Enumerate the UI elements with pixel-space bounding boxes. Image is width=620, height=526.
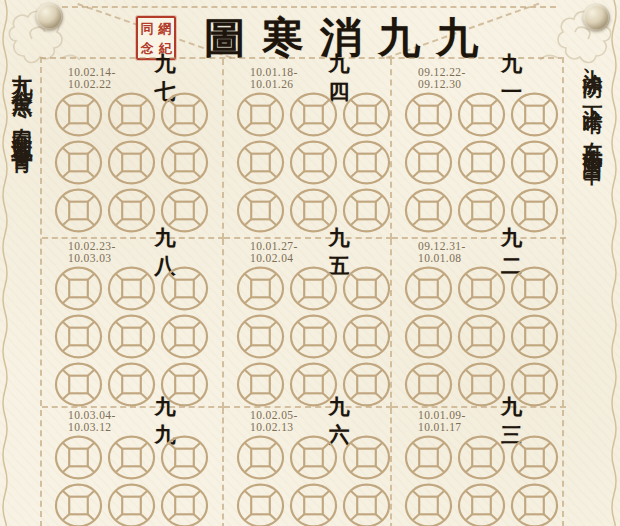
panel-period-6: 10.02.05-10.02.13 九六 bbox=[224, 408, 392, 526]
coin-day[interactable] bbox=[288, 139, 339, 186]
coin-day[interactable] bbox=[53, 361, 104, 408]
grommet-left-icon bbox=[36, 3, 63, 30]
coin-day[interactable] bbox=[509, 313, 560, 360]
grommet-right-icon bbox=[583, 4, 610, 31]
coin-day[interactable] bbox=[456, 313, 507, 360]
coin-day[interactable] bbox=[235, 482, 286, 526]
coin-day[interactable] bbox=[235, 313, 286, 360]
coin-grid bbox=[392, 91, 566, 234]
coin-grid bbox=[224, 91, 390, 234]
coin-day[interactable] bbox=[403, 434, 454, 481]
coin-day[interactable] bbox=[509, 265, 560, 312]
coin-day[interactable] bbox=[53, 265, 104, 312]
coin-day[interactable] bbox=[53, 91, 104, 138]
coin-day[interactable] bbox=[403, 187, 454, 234]
coin-day[interactable] bbox=[106, 91, 157, 138]
coin-grid bbox=[224, 434, 390, 526]
coin-day[interactable] bbox=[235, 434, 286, 481]
coin-day[interactable] bbox=[509, 91, 560, 138]
coin-day[interactable] bbox=[53, 482, 104, 526]
coin-grid bbox=[392, 265, 566, 408]
coin-day[interactable] bbox=[106, 265, 157, 312]
panel-period-3: 10.01.09-10.01.17 九三 bbox=[392, 408, 566, 526]
coin-day[interactable] bbox=[341, 91, 392, 138]
coin-day[interactable] bbox=[106, 361, 157, 408]
nine-panels-grid: 10.02.14-10.02.22 九七 10.01.18-10.01.26 九… bbox=[40, 57, 564, 526]
date-range: 09.12.22-09.12.30 bbox=[418, 66, 501, 90]
right-instructions: 上涂阴、下涂晴 左风右雨雪当中 bbox=[580, 54, 607, 154]
panel-header: 10.03.04-10.03.12 九九 bbox=[42, 410, 222, 432]
coin-day[interactable] bbox=[403, 313, 454, 360]
date-range: 10.02.23-10.03.03 bbox=[68, 240, 154, 264]
seal-char: 網 bbox=[156, 18, 174, 38]
coin-day[interactable] bbox=[159, 139, 210, 186]
coin-day[interactable] bbox=[456, 91, 507, 138]
panel-period-9: 10.03.04-10.03.12 九九 bbox=[42, 408, 224, 526]
coin-day[interactable] bbox=[53, 187, 104, 234]
title-char: 寒 bbox=[262, 13, 320, 62]
date-range: 10.01.27-10.02.04 bbox=[250, 240, 328, 264]
panel-period-8: 10.02.23-10.03.03 九八 bbox=[42, 239, 224, 408]
date-range: 10.01.18-10.01.26 bbox=[250, 66, 328, 90]
coin-day[interactable] bbox=[288, 265, 339, 312]
coin-day[interactable] bbox=[106, 139, 157, 186]
coin-day[interactable] bbox=[403, 265, 454, 312]
panel-header: 10.01.27-10.02.04 九五 bbox=[224, 241, 390, 263]
coin-day[interactable] bbox=[509, 139, 560, 186]
panel-period-2: 09.12.31-10.01.08 九二 bbox=[392, 239, 566, 408]
coin-day[interactable] bbox=[235, 91, 286, 138]
panel-period-7: 10.02.14-10.02.22 九七 bbox=[42, 59, 224, 239]
coin-day[interactable] bbox=[288, 91, 339, 138]
date-range: 10.01.09-10.01.17 bbox=[418, 409, 501, 433]
coin-day[interactable] bbox=[106, 187, 157, 234]
panel-header: 10.01.18-10.01.26 九四 bbox=[224, 67, 390, 89]
coin-day[interactable] bbox=[403, 361, 454, 408]
coin-day[interactable] bbox=[235, 139, 286, 186]
coin-day[interactable] bbox=[159, 265, 210, 312]
winter-chart-page: 同 網 念 紀 圖寒消九九 九九八一全点尽 春回大地草青青 上涂阴、下涂晴 左风… bbox=[0, 0, 620, 526]
date-range: 09.12.31-10.01.08 bbox=[418, 240, 501, 264]
coin-grid bbox=[224, 265, 390, 408]
coin-day[interactable] bbox=[341, 434, 392, 481]
coin-day[interactable] bbox=[106, 434, 157, 481]
coin-day[interactable] bbox=[456, 361, 507, 408]
coin-day[interactable] bbox=[456, 187, 507, 234]
coin-day[interactable] bbox=[456, 482, 507, 526]
coin-day[interactable] bbox=[403, 91, 454, 138]
left-verse: 九九八一全点尽 春回大地草青青 bbox=[8, 58, 36, 139]
coin-day[interactable] bbox=[403, 139, 454, 186]
coin-day[interactable] bbox=[341, 265, 392, 312]
coin-day[interactable] bbox=[106, 313, 157, 360]
coin-day[interactable] bbox=[288, 434, 339, 481]
seal-char: 同 bbox=[138, 18, 156, 38]
panel-header: 10.02.05-10.02.13 九六 bbox=[224, 410, 390, 432]
coin-day[interactable] bbox=[341, 139, 392, 186]
panel-header: 10.01.09-10.01.17 九三 bbox=[392, 410, 566, 432]
coin-day[interactable] bbox=[53, 434, 104, 481]
coin-day[interactable] bbox=[159, 482, 210, 526]
coin-day[interactable] bbox=[159, 91, 210, 138]
coin-day[interactable] bbox=[456, 139, 507, 186]
panel-header: 09.12.31-10.01.08 九二 bbox=[392, 241, 566, 263]
coin-day[interactable] bbox=[288, 313, 339, 360]
coin-day[interactable] bbox=[509, 482, 560, 526]
coin-grid bbox=[42, 434, 222, 526]
coin-day[interactable] bbox=[235, 187, 286, 234]
coin-day[interactable] bbox=[509, 434, 560, 481]
date-range: 10.02.05-10.02.13 bbox=[250, 409, 328, 433]
coin-grid bbox=[42, 265, 222, 408]
panel-period-1: 09.12.22-09.12.30 九一 bbox=[392, 59, 566, 239]
panel-period-4: 10.01.18-10.01.26 九四 bbox=[224, 59, 392, 239]
coin-day[interactable] bbox=[235, 265, 286, 312]
coin-day[interactable] bbox=[106, 482, 157, 526]
coin-day[interactable] bbox=[288, 482, 339, 526]
panel-period-5: 10.01.27-10.02.04 九五 bbox=[224, 239, 392, 408]
coin-grid bbox=[392, 434, 566, 526]
coin-day[interactable] bbox=[235, 361, 286, 408]
deckle-edge-right bbox=[608, 0, 620, 526]
coin-day[interactable] bbox=[456, 434, 507, 481]
coin-day[interactable] bbox=[159, 434, 210, 481]
coin-day[interactable] bbox=[403, 482, 454, 526]
stitch-seam-top bbox=[62, 6, 556, 8]
coin-day[interactable] bbox=[53, 139, 104, 186]
coin-day[interactable] bbox=[456, 265, 507, 312]
coin-day[interactable] bbox=[341, 313, 392, 360]
date-range: 10.03.04-10.03.12 bbox=[68, 409, 154, 433]
date-range: 10.02.14-10.02.22 bbox=[68, 66, 154, 90]
panel-header: 09.12.22-09.12.30 九一 bbox=[392, 67, 566, 89]
panel-header: 10.02.23-10.03.03 九八 bbox=[42, 241, 222, 263]
coin-day[interactable] bbox=[159, 313, 210, 360]
coin-grid bbox=[42, 91, 222, 234]
coin-day[interactable] bbox=[53, 313, 104, 360]
title-char: 九 bbox=[436, 13, 494, 62]
panel-header: 10.02.14-10.02.22 九七 bbox=[42, 67, 222, 89]
coin-day[interactable] bbox=[341, 482, 392, 526]
